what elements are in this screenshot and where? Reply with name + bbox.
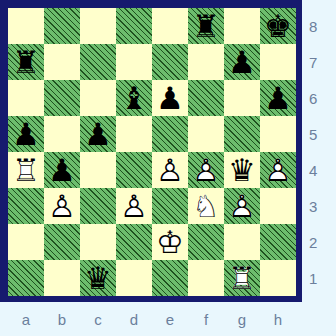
square-g5[interactable]	[224, 116, 260, 152]
square-a8[interactable]	[8, 8, 44, 44]
piece-glyph: ♚	[260, 8, 296, 44]
square-d5[interactable]	[116, 116, 152, 152]
square-c8[interactable]	[80, 8, 116, 44]
file-coordinates: abcdefgh	[8, 302, 296, 336]
rank-label-3: 3	[302, 188, 336, 224]
square-f2[interactable]	[188, 224, 224, 260]
black-queen-piece: ♛	[80, 260, 116, 296]
square-a1[interactable]	[8, 260, 44, 296]
square-c5[interactable]: ♟	[80, 116, 116, 152]
square-b4[interactable]: ♟	[44, 152, 80, 188]
piece-glyph: ♜	[188, 8, 224, 44]
square-h8[interactable]: ♚	[260, 8, 296, 44]
rank-label-8: 8	[302, 8, 336, 44]
square-f4[interactable]: ♟♙	[188, 152, 224, 188]
square-c3[interactable]	[80, 188, 116, 224]
file-label-a: a	[8, 302, 44, 336]
black-pawn-piece: ♟	[224, 44, 260, 80]
black-king-piece: ♚	[260, 8, 296, 44]
square-b8[interactable]	[44, 8, 80, 44]
square-f6[interactable]	[188, 80, 224, 116]
square-h4[interactable]: ♟♙	[260, 152, 296, 188]
square-c7[interactable]	[80, 44, 116, 80]
black-pawn-piece: ♟	[260, 80, 296, 116]
square-e5[interactable]	[152, 116, 188, 152]
file-label-c: c	[80, 302, 116, 336]
square-g8[interactable]	[224, 8, 260, 44]
square-e8[interactable]	[152, 8, 188, 44]
file-label-g: g	[224, 302, 260, 336]
square-a6[interactable]	[8, 80, 44, 116]
file-label-e: e	[152, 302, 188, 336]
square-b2[interactable]	[44, 224, 80, 260]
square-g6[interactable]	[224, 80, 260, 116]
piece-glyph: ♛	[80, 260, 116, 296]
piece-glyph: ♘	[188, 188, 224, 224]
square-a7[interactable]: ♜	[8, 44, 44, 80]
square-f7[interactable]	[188, 44, 224, 80]
piece-glyph: ♖	[8, 152, 44, 188]
rank-label-6: 6	[302, 80, 336, 116]
piece-glyph: ♟	[8, 116, 44, 152]
piece-glyph: ♙	[44, 188, 80, 224]
white-king-piece: ♚♔	[152, 224, 188, 260]
black-pawn-piece: ♟	[8, 116, 44, 152]
square-f5[interactable]	[188, 116, 224, 152]
square-b1[interactable]	[44, 260, 80, 296]
rank-label-2: 2	[302, 224, 336, 260]
chess-board-frame: ♜♚♜♟♝♟♟♟♟♜♖♟♟♙♟♙♛♟♙♟♙♟♙♞♘♟♙♚♔♛♜♖	[0, 0, 302, 302]
white-pawn-piece: ♟♙	[224, 188, 260, 224]
piece-glyph: ♟	[260, 80, 296, 116]
square-h2[interactable]	[260, 224, 296, 260]
piece-glyph: ♙	[116, 188, 152, 224]
square-a3[interactable]	[8, 188, 44, 224]
square-b3[interactable]: ♟♙	[44, 188, 80, 224]
square-d3[interactable]: ♟♙	[116, 188, 152, 224]
black-pawn-piece: ♟	[44, 152, 80, 188]
piece-glyph: ♟	[152, 80, 188, 116]
square-c2[interactable]	[80, 224, 116, 260]
square-d2[interactable]	[116, 224, 152, 260]
piece-glyph: ♜	[8, 44, 44, 80]
file-label-d: d	[116, 302, 152, 336]
square-f1[interactable]	[188, 260, 224, 296]
square-h5[interactable]	[260, 116, 296, 152]
file-label-f: f	[188, 302, 224, 336]
square-g1[interactable]: ♜♖	[224, 260, 260, 296]
square-g4[interactable]: ♛	[224, 152, 260, 188]
square-d7[interactable]	[116, 44, 152, 80]
white-rook-piece: ♜♖	[8, 152, 44, 188]
rank-label-4: 4	[302, 152, 336, 188]
piece-glyph: ♔	[152, 224, 188, 260]
square-h3[interactable]	[260, 188, 296, 224]
square-f8[interactable]: ♜	[188, 8, 224, 44]
white-pawn-piece: ♟♙	[260, 152, 296, 188]
square-d1[interactable]	[116, 260, 152, 296]
black-rook-piece: ♜	[8, 44, 44, 80]
square-c6[interactable]	[80, 80, 116, 116]
file-label-b: b	[44, 302, 80, 336]
square-d8[interactable]	[116, 8, 152, 44]
square-g3[interactable]: ♟♙	[224, 188, 260, 224]
white-rook-piece: ♜♖	[224, 260, 260, 296]
square-e6[interactable]: ♟	[152, 80, 188, 116]
piece-glyph: ♟	[224, 44, 260, 80]
square-a2[interactable]	[8, 224, 44, 260]
white-knight-piece: ♞♘	[188, 188, 224, 224]
piece-glyph: ♛	[224, 152, 260, 188]
square-e7[interactable]	[152, 44, 188, 80]
square-c4[interactable]	[80, 152, 116, 188]
white-pawn-piece: ♟♙	[152, 152, 188, 188]
piece-glyph: ♙	[224, 188, 260, 224]
piece-glyph: ♟	[80, 116, 116, 152]
square-e4[interactable]: ♟♙	[152, 152, 188, 188]
piece-glyph: ♟	[44, 152, 80, 188]
rank-label-1: 1	[302, 260, 336, 296]
square-a4[interactable]: ♜♖	[8, 152, 44, 188]
square-h1[interactable]	[260, 260, 296, 296]
black-queen-piece: ♛	[224, 152, 260, 188]
piece-glyph: ♙	[152, 152, 188, 188]
square-f3[interactable]: ♞♘	[188, 188, 224, 224]
square-b5[interactable]	[44, 116, 80, 152]
square-e3[interactable]	[152, 188, 188, 224]
black-rook-piece: ♜	[188, 8, 224, 44]
square-h7[interactable]	[260, 44, 296, 80]
square-a5[interactable]: ♟	[8, 116, 44, 152]
black-pawn-piece: ♟	[152, 80, 188, 116]
chess-board: ♜♚♜♟♝♟♟♟♟♜♖♟♟♙♟♙♛♟♙♟♙♟♙♞♘♟♙♚♔♛♜♖	[8, 8, 296, 296]
white-pawn-piece: ♟♙	[188, 152, 224, 188]
rank-label-5: 5	[302, 116, 336, 152]
chess-diagram: ♜♚♜♟♝♟♟♟♟♜♖♟♟♙♟♙♛♟♙♟♙♟♙♞♘♟♙♚♔♛♜♖ 8765432…	[0, 0, 336, 336]
black-pawn-piece: ♟	[80, 116, 116, 152]
square-e2[interactable]: ♚♔	[152, 224, 188, 260]
black-bishop-piece: ♝	[116, 80, 152, 116]
square-d6[interactable]: ♝	[116, 80, 152, 116]
rank-coordinates: 87654321	[302, 8, 336, 296]
square-b6[interactable]	[44, 80, 80, 116]
piece-glyph: ♙	[260, 152, 296, 188]
piece-glyph: ♖	[224, 260, 260, 296]
piece-glyph: ♙	[188, 152, 224, 188]
square-e1[interactable]	[152, 260, 188, 296]
square-b7[interactable]	[44, 44, 80, 80]
piece-glyph: ♝	[116, 80, 152, 116]
square-g7[interactable]: ♟	[224, 44, 260, 80]
square-c1[interactable]: ♛	[80, 260, 116, 296]
square-h6[interactable]: ♟	[260, 80, 296, 116]
rank-label-7: 7	[302, 44, 336, 80]
square-g2[interactable]	[224, 224, 260, 260]
white-pawn-piece: ♟♙	[116, 188, 152, 224]
file-label-h: h	[260, 302, 296, 336]
white-pawn-piece: ♟♙	[44, 188, 80, 224]
square-d4[interactable]	[116, 152, 152, 188]
